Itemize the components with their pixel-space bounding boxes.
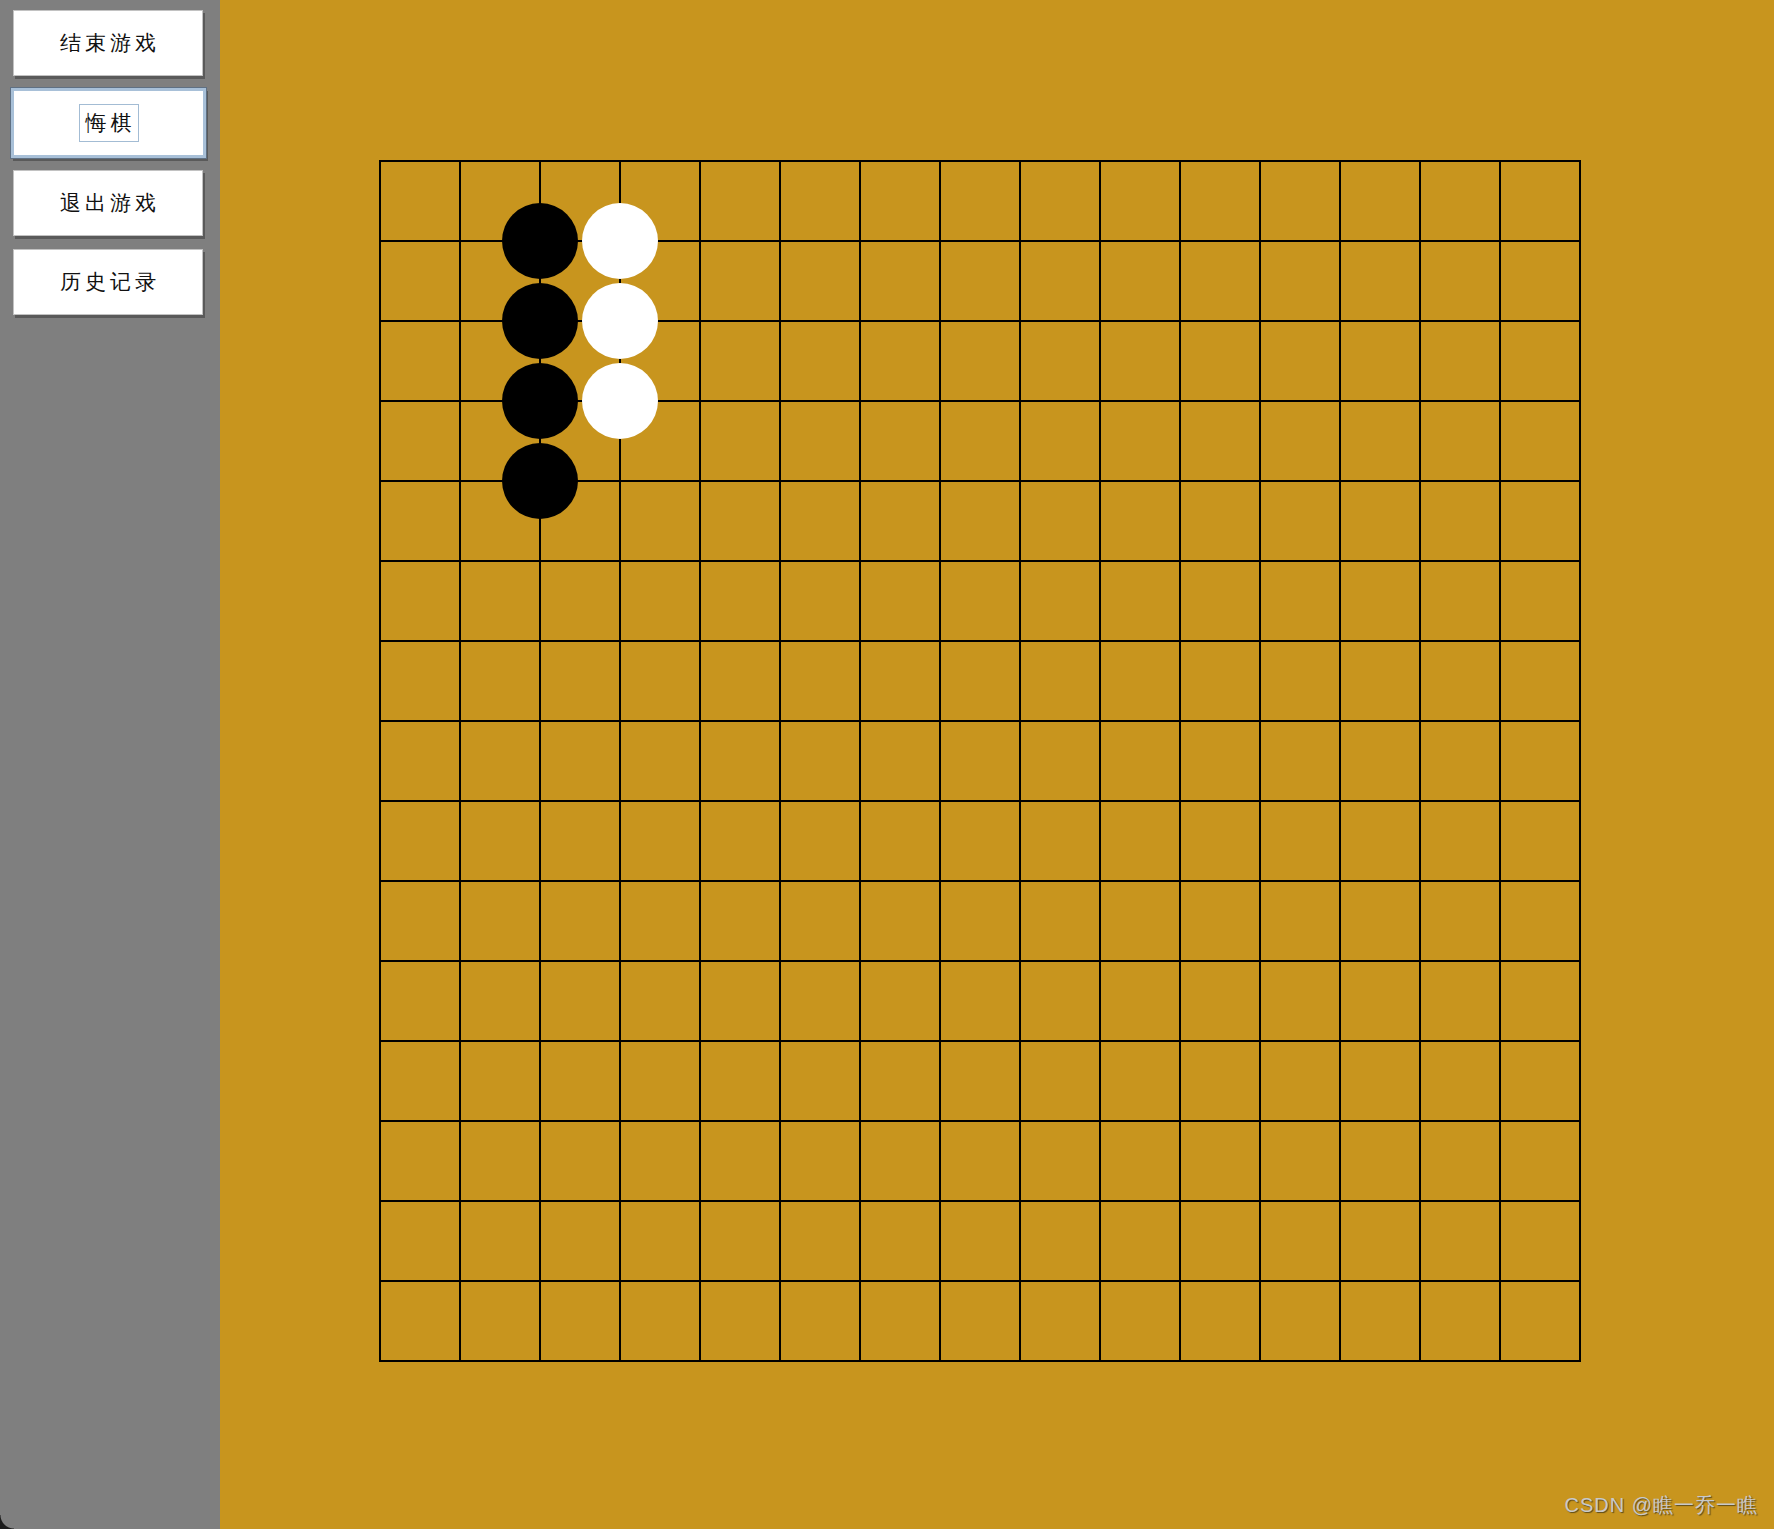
- board-cell[interactable]: [1259, 560, 1339, 640]
- board-cell[interactable]: [1419, 320, 1499, 400]
- board-cell[interactable]: [459, 880, 539, 960]
- board-cell[interactable]: [1019, 320, 1099, 400]
- board-cell[interactable]: [1499, 1280, 1579, 1360]
- board-cell[interactable]: [939, 320, 1019, 400]
- board-cell[interactable]: [379, 960, 459, 1040]
- exit-game-button-label: 退出游戏: [53, 184, 163, 222]
- board-cell[interactable]: [859, 1120, 939, 1200]
- board-cell[interactable]: [699, 1040, 779, 1120]
- board-cell[interactable]: [1499, 480, 1579, 560]
- board-cell[interactable]: [779, 320, 859, 400]
- board-cell[interactable]: [1339, 400, 1419, 480]
- board-cell[interactable]: [1259, 1280, 1339, 1360]
- board-cell[interactable]: [1259, 320, 1339, 400]
- white-stone: [582, 283, 658, 359]
- end-game-button-label: 结束游戏: [53, 24, 163, 62]
- black-stone: [502, 203, 578, 279]
- board-cell[interactable]: [1499, 240, 1579, 320]
- board-cell[interactable]: [699, 640, 779, 720]
- board-cell[interactable]: [379, 720, 459, 800]
- board-cell[interactable]: [1499, 880, 1579, 960]
- board-cell[interactable]: [379, 320, 459, 400]
- black-stone: [502, 283, 578, 359]
- board-cell[interactable]: [1019, 800, 1099, 880]
- gomoku-board[interactable]: [379, 160, 1581, 1362]
- board-cell[interactable]: [619, 880, 699, 960]
- board-cell[interactable]: [1099, 160, 1179, 240]
- board-cell[interactable]: [859, 560, 939, 640]
- black-stone: [502, 443, 578, 519]
- board-cell[interactable]: [1019, 480, 1099, 560]
- board-cell[interactable]: [1339, 800, 1419, 880]
- board-cell[interactable]: [939, 240, 1019, 320]
- exit-game-button[interactable]: 退出游戏: [13, 170, 203, 236]
- board-cell[interactable]: [1499, 1040, 1579, 1120]
- board-cell[interactable]: [619, 800, 699, 880]
- board-cell[interactable]: [1099, 1200, 1179, 1280]
- board-cell[interactable]: [459, 560, 539, 640]
- board-area: CSDN @瞧一乔一瞧: [220, 0, 1774, 1529]
- board-cell[interactable]: [1179, 960, 1259, 1040]
- board-cell[interactable]: [1179, 1200, 1259, 1280]
- board-cell[interactable]: [619, 960, 699, 1040]
- board-cell[interactable]: [619, 480, 699, 560]
- gomoku-app: 结束游戏 悔棋 退出游戏 历史记录 CSDN @瞧一乔一瞧: [0, 0, 1774, 1529]
- board-cell[interactable]: [1419, 1120, 1499, 1200]
- board-cell[interactable]: [1019, 400, 1099, 480]
- board-cell[interactable]: [619, 1120, 699, 1200]
- board-cell[interactable]: [459, 800, 539, 880]
- board-cell[interactable]: [1179, 160, 1259, 240]
- board-cell[interactable]: [1419, 800, 1499, 880]
- board-cell[interactable]: [699, 960, 779, 1040]
- board-cell[interactable]: [459, 1040, 539, 1120]
- board-cell[interactable]: [379, 240, 459, 320]
- board-cell[interactable]: [859, 1040, 939, 1120]
- board-cell[interactable]: [859, 1280, 939, 1360]
- board-cell[interactable]: [1019, 1200, 1099, 1280]
- window-corner-artifact: [0, 1515, 14, 1529]
- board-cell[interactable]: [699, 720, 779, 800]
- board-cell[interactable]: [1179, 1040, 1259, 1120]
- board-cell[interactable]: [939, 160, 1019, 240]
- board-cell[interactable]: [1339, 1200, 1419, 1280]
- white-stone: [582, 363, 658, 439]
- board-cell[interactable]: [1019, 560, 1099, 640]
- board-cell[interactable]: [1179, 880, 1259, 960]
- board-cell[interactable]: [699, 240, 779, 320]
- board-cell[interactable]: [1099, 880, 1179, 960]
- board-cell[interactable]: [1259, 1120, 1339, 1200]
- board-cell[interactable]: [379, 640, 459, 720]
- board-cell[interactable]: [1099, 400, 1179, 480]
- board-cell[interactable]: [939, 960, 1019, 1040]
- board-cell[interactable]: [1339, 720, 1419, 800]
- board-cell[interactable]: [1099, 960, 1179, 1040]
- board-cell[interactable]: [619, 1200, 699, 1280]
- board-cell[interactable]: [1259, 240, 1339, 320]
- board-cell[interactable]: [1259, 480, 1339, 560]
- board-cell[interactable]: [1419, 560, 1499, 640]
- board-cell[interactable]: [1099, 1040, 1179, 1120]
- board-cell[interactable]: [379, 880, 459, 960]
- board-cell[interactable]: [699, 320, 779, 400]
- board-cell[interactable]: [459, 1280, 539, 1360]
- board-cell[interactable]: [1499, 1120, 1579, 1200]
- board-cell[interactable]: [379, 1120, 459, 1200]
- csdn-watermark: CSDN @瞧一乔一瞧: [1564, 1492, 1758, 1519]
- board-cell[interactable]: [779, 1200, 859, 1280]
- board-cell[interactable]: [619, 1280, 699, 1360]
- board-cell[interactable]: [1419, 240, 1499, 320]
- board-cell[interactable]: [859, 320, 939, 400]
- board-cell[interactable]: [859, 880, 939, 960]
- board-cell[interactable]: [539, 640, 619, 720]
- board-cell[interactable]: [699, 880, 779, 960]
- board-cell[interactable]: [1339, 880, 1419, 960]
- board-cell[interactable]: [1019, 1040, 1099, 1120]
- board-cell[interactable]: [1499, 960, 1579, 1040]
- board-cell[interactable]: [1499, 720, 1579, 800]
- board-cell[interactable]: [1419, 1200, 1499, 1280]
- board-cell[interactable]: [1099, 480, 1179, 560]
- board-cell[interactable]: [779, 800, 859, 880]
- board-cell[interactable]: [939, 1280, 1019, 1360]
- board-cell[interactable]: [1179, 640, 1259, 720]
- board-cell[interactable]: [859, 400, 939, 480]
- board-cell[interactable]: [539, 1280, 619, 1360]
- board-cell[interactable]: [939, 880, 1019, 960]
- board-cell[interactable]: [539, 1040, 619, 1120]
- board-cell[interactable]: [1179, 320, 1259, 400]
- board-cell[interactable]: [1259, 160, 1339, 240]
- board-cell[interactable]: [1419, 880, 1499, 960]
- board-cell[interactable]: [1099, 240, 1179, 320]
- board-cell[interactable]: [1499, 320, 1579, 400]
- board-cell[interactable]: [779, 1040, 859, 1120]
- board-cell[interactable]: [1339, 960, 1419, 1040]
- board-cell[interactable]: [539, 560, 619, 640]
- board-cell[interactable]: [459, 720, 539, 800]
- board-cell[interactable]: [1419, 1040, 1499, 1120]
- board-cell[interactable]: [1419, 480, 1499, 560]
- board-cell[interactable]: [779, 880, 859, 960]
- board-cell[interactable]: [1499, 800, 1579, 880]
- board-cell[interactable]: [1019, 240, 1099, 320]
- board-cell[interactable]: [699, 480, 779, 560]
- board-cell[interactable]: [1339, 1040, 1419, 1120]
- board-cell[interactable]: [1179, 480, 1259, 560]
- board-cell[interactable]: [1099, 320, 1179, 400]
- board-cell[interactable]: [1019, 720, 1099, 800]
- board-cell[interactable]: [459, 1120, 539, 1200]
- board-cell[interactable]: [779, 1120, 859, 1200]
- board-cell[interactable]: [1259, 1200, 1339, 1280]
- board-cell[interactable]: [539, 1120, 619, 1200]
- board-cell[interactable]: [379, 1280, 459, 1360]
- board-cell[interactable]: [779, 480, 859, 560]
- board-cell[interactable]: [939, 480, 1019, 560]
- board-cell[interactable]: [859, 800, 939, 880]
- board-cell[interactable]: [459, 640, 539, 720]
- board-cell[interactable]: [699, 1200, 779, 1280]
- board-cell[interactable]: [1339, 240, 1419, 320]
- board-cell[interactable]: [1019, 880, 1099, 960]
- board-cell[interactable]: [1259, 640, 1339, 720]
- board-cell[interactable]: [699, 1120, 779, 1200]
- board-cell[interactable]: [1419, 1280, 1499, 1360]
- board-cell[interactable]: [699, 400, 779, 480]
- board-cell[interactable]: [1019, 1120, 1099, 1200]
- board-cell[interactable]: [1259, 880, 1339, 960]
- board-cell[interactable]: [779, 160, 859, 240]
- history-button[interactable]: 历史记录: [13, 249, 203, 315]
- board-cell[interactable]: [779, 720, 859, 800]
- board-cell[interactable]: [1259, 960, 1339, 1040]
- board-cell[interactable]: [1179, 400, 1259, 480]
- board-cell[interactable]: [1099, 640, 1179, 720]
- board-cell[interactable]: [1179, 720, 1259, 800]
- board-cell[interactable]: [1179, 1280, 1259, 1360]
- board-cell[interactable]: [1099, 1280, 1179, 1360]
- white-stone: [582, 203, 658, 279]
- board-cell[interactable]: [859, 240, 939, 320]
- board-cell[interactable]: [1259, 400, 1339, 480]
- board-cell[interactable]: [1339, 1120, 1419, 1200]
- board-cell[interactable]: [539, 800, 619, 880]
- history-button-label: 历史记录: [53, 263, 163, 301]
- board-cell[interactable]: [779, 560, 859, 640]
- end-game-button[interactable]: 结束游戏: [13, 10, 203, 76]
- board-cell[interactable]: [1099, 720, 1179, 800]
- board-cell[interactable]: [1019, 1280, 1099, 1360]
- board-cell[interactable]: [1259, 720, 1339, 800]
- board-cell[interactable]: [779, 240, 859, 320]
- board-cell[interactable]: [1099, 1120, 1179, 1200]
- board-cell[interactable]: [939, 1120, 1019, 1200]
- board-cell[interactable]: [779, 1280, 859, 1360]
- board-cell[interactable]: [779, 400, 859, 480]
- board-cell[interactable]: [1099, 800, 1179, 880]
- board-cell[interactable]: [379, 1040, 459, 1120]
- board-cell[interactable]: [939, 640, 1019, 720]
- board-cell[interactable]: [1099, 560, 1179, 640]
- board-cell[interactable]: [619, 560, 699, 640]
- undo-move-button-label: 悔棋: [79, 104, 139, 142]
- sidebar: 结束游戏 悔棋 退出游戏 历史记录: [0, 0, 220, 1529]
- board-cell[interactable]: [1179, 560, 1259, 640]
- board-cell[interactable]: [939, 400, 1019, 480]
- board-cell[interactable]: [1179, 1120, 1259, 1200]
- board-cell[interactable]: [859, 1200, 939, 1280]
- board-cell[interactable]: [1179, 240, 1259, 320]
- board-cell[interactable]: [939, 560, 1019, 640]
- board-cell[interactable]: [699, 560, 779, 640]
- board-cell[interactable]: [379, 400, 459, 480]
- board-cell[interactable]: [939, 720, 1019, 800]
- board-cell[interactable]: [699, 800, 779, 880]
- board-cell[interactable]: [1499, 640, 1579, 720]
- board-cell[interactable]: [1419, 400, 1499, 480]
- board-cell[interactable]: [1419, 720, 1499, 800]
- board-cell[interactable]: [379, 160, 459, 240]
- undo-move-button[interactable]: 悔棋: [11, 88, 206, 158]
- board-cell[interactable]: [379, 1200, 459, 1280]
- board-cell[interactable]: [539, 880, 619, 960]
- board-cell[interactable]: [379, 800, 459, 880]
- board-cell[interactable]: [699, 1280, 779, 1360]
- board-cell[interactable]: [1339, 160, 1419, 240]
- board-cell[interactable]: [379, 480, 459, 560]
- board-cell[interactable]: [939, 1200, 1019, 1280]
- board-cell[interactable]: [859, 640, 939, 720]
- board-cell[interactable]: [1019, 160, 1099, 240]
- board-cell[interactable]: [859, 960, 939, 1040]
- board-cell[interactable]: [699, 160, 779, 240]
- board-cell[interactable]: [1259, 800, 1339, 880]
- black-stone: [502, 363, 578, 439]
- board-cell[interactable]: [539, 720, 619, 800]
- board-cell[interactable]: [859, 160, 939, 240]
- board-cell[interactable]: [619, 720, 699, 800]
- board-cell[interactable]: [459, 960, 539, 1040]
- board-cell[interactable]: [1499, 1200, 1579, 1280]
- board-cell[interactable]: [1179, 800, 1259, 880]
- board-cell[interactable]: [1419, 960, 1499, 1040]
- board-cell[interactable]: [619, 1040, 699, 1120]
- board-cell[interactable]: [859, 720, 939, 800]
- board-cell[interactable]: [1499, 560, 1579, 640]
- board-cell[interactable]: [459, 1200, 539, 1280]
- board-cell[interactable]: [1339, 560, 1419, 640]
- board-cell[interactable]: [1339, 640, 1419, 720]
- board-cell[interactable]: [619, 640, 699, 720]
- board-cell[interactable]: [539, 1200, 619, 1280]
- board-cell[interactable]: [1019, 640, 1099, 720]
- board-cell[interactable]: [1339, 480, 1419, 560]
- board-cell[interactable]: [1499, 400, 1579, 480]
- board-cell[interactable]: [1419, 640, 1499, 720]
- board-cell[interactable]: [1339, 1280, 1419, 1360]
- board-cell[interactable]: [779, 640, 859, 720]
- board-cell[interactable]: [1339, 320, 1419, 400]
- board-cell[interactable]: [1419, 160, 1499, 240]
- board-cell[interactable]: [539, 960, 619, 1040]
- board-cell[interactable]: [379, 560, 459, 640]
- board-cell[interactable]: [859, 480, 939, 560]
- board-cell[interactable]: [939, 1040, 1019, 1120]
- board-cell[interactable]: [1019, 960, 1099, 1040]
- board-cell[interactable]: [1259, 1040, 1339, 1120]
- board-cell[interactable]: [1499, 160, 1579, 240]
- board-cell[interactable]: [779, 960, 859, 1040]
- board-cell[interactable]: [939, 800, 1019, 880]
